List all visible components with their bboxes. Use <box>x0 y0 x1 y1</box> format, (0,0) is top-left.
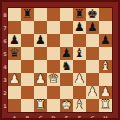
file-labels: ABCDEFGH <box>8 113 112 120</box>
rank-label-3: 3 <box>2 74 7 85</box>
square-b3[interactable] <box>21 73 34 86</box>
square-d3[interactable]: ♛ <box>47 73 60 86</box>
square-c6[interactable]: ♟ <box>34 34 47 47</box>
white-queen-piece[interactable]: ♛ <box>48 73 59 86</box>
square-g1[interactable] <box>86 99 99 112</box>
black-pawn-piece[interactable]: ♟ <box>35 34 46 47</box>
file-label-h: H <box>100 114 111 120</box>
white-bishop-piece[interactable]: ♝ <box>74 99 85 112</box>
square-h8[interactable] <box>99 8 112 21</box>
rank-label-4: 4 <box>2 61 7 72</box>
board-grid: ♜♜♚♟♟♟♟♟♛♟♝♞♝♟♟♛♟♟♟♜♚♝♜ <box>8 8 112 112</box>
file-label-d: D <box>48 114 59 120</box>
rank-label-7: 7 <box>2 22 7 33</box>
file-label-g: G <box>87 114 98 120</box>
square-g2[interactable]: ♟ <box>86 86 99 99</box>
white-king-piece[interactable]: ♚ <box>61 99 72 112</box>
square-b2[interactable] <box>21 86 34 99</box>
square-g5[interactable] <box>86 47 99 60</box>
rank-label-1: 1 <box>2 100 7 111</box>
white-rook-piece[interactable]: ♜ <box>100 99 111 112</box>
black-pawn-piece[interactable]: ♟ <box>100 34 111 47</box>
square-g6[interactable] <box>86 34 99 47</box>
rank-label-8: 8 <box>2 9 7 20</box>
black-queen-piece[interactable]: ♛ <box>9 47 20 60</box>
square-a1[interactable] <box>8 99 21 112</box>
white-pawn-piece[interactable]: ♟ <box>9 73 20 86</box>
square-c8[interactable] <box>34 8 47 21</box>
square-b5[interactable] <box>21 47 34 60</box>
file-label-c: C <box>35 114 46 120</box>
rank-label-5: 5 <box>2 48 7 59</box>
square-b1[interactable] <box>21 99 34 112</box>
square-d8[interactable] <box>47 8 60 21</box>
white-pawn-piece[interactable]: ♟ <box>74 73 85 86</box>
square-f7[interactable]: ♟ <box>73 21 86 34</box>
white-bishop-piece[interactable]: ♝ <box>100 60 111 73</box>
white-rook-piece[interactable]: ♜ <box>35 99 46 112</box>
square-b8[interactable]: ♜ <box>21 8 34 21</box>
square-a8[interactable] <box>8 8 21 21</box>
square-b4[interactable] <box>21 60 34 73</box>
file-label-b: B <box>22 114 33 120</box>
file-label-f: F <box>74 114 85 120</box>
rank-label-2: 2 <box>2 87 7 98</box>
rank-label-6: 6 <box>2 35 7 46</box>
square-d5[interactable] <box>47 47 60 60</box>
square-f5[interactable]: ♝ <box>73 47 86 60</box>
square-b7[interactable] <box>21 21 34 34</box>
black-pawn-piece[interactable]: ♟ <box>74 21 85 34</box>
black-pawn-piece[interactable]: ♟ <box>87 21 98 34</box>
square-h4[interactable]: ♝ <box>99 60 112 73</box>
square-e4[interactable]: ♞ <box>60 60 73 73</box>
white-pawn-piece[interactable]: ♟ <box>35 73 46 86</box>
square-a5[interactable]: ♛ <box>8 47 21 60</box>
square-c5[interactable] <box>34 47 47 60</box>
square-g4[interactable] <box>86 60 99 73</box>
black-knight-piece[interactable]: ♞ <box>61 60 72 73</box>
file-label-a: A <box>9 114 20 120</box>
square-h1[interactable]: ♜ <box>99 99 112 112</box>
square-d6[interactable] <box>47 34 60 47</box>
square-e3[interactable] <box>60 73 73 86</box>
black-rook-piece[interactable]: ♜ <box>22 8 33 21</box>
square-d1[interactable] <box>47 99 60 112</box>
square-f3[interactable]: ♟ <box>73 73 86 86</box>
chess-board-window: 87654321 ♜♜♚♟♟♟♟♟♛♟♝♞♝♟♟♛♟♟♟♜♚♝♜ ABCDEFG… <box>0 0 120 120</box>
square-c1[interactable]: ♜ <box>34 99 47 112</box>
square-a2[interactable] <box>8 86 21 99</box>
square-e8[interactable] <box>60 8 73 21</box>
square-a3[interactable]: ♟ <box>8 73 21 86</box>
square-c3[interactable]: ♟ <box>34 73 47 86</box>
square-d2[interactable] <box>47 86 60 99</box>
file-label-e: E <box>61 114 72 120</box>
square-h6[interactable]: ♟ <box>99 34 112 47</box>
black-bishop-piece[interactable]: ♝ <box>74 47 85 60</box>
white-pawn-piece[interactable]: ♟ <box>87 86 98 99</box>
square-b6[interactable] <box>21 34 34 47</box>
square-e1[interactable]: ♚ <box>60 99 73 112</box>
square-d7[interactable] <box>47 21 60 34</box>
square-f1[interactable]: ♝ <box>73 99 86 112</box>
square-e7[interactable] <box>60 21 73 34</box>
square-g7[interactable]: ♟ <box>86 21 99 34</box>
